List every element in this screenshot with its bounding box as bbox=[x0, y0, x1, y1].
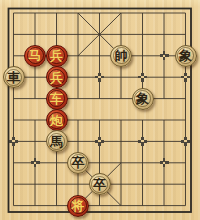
ivory-general[interactable]: 帥 bbox=[110, 45, 132, 67]
red-cannon-glyph: 炮 bbox=[50, 114, 63, 127]
ivory-elephant[interactable]: 象 bbox=[132, 88, 154, 110]
red-soldier-glyph: 兵 bbox=[50, 71, 63, 84]
ivory-soldier[interactable]: 卒 bbox=[89, 173, 111, 195]
ivory-elephant-glyph: 象 bbox=[179, 49, 192, 62]
red-chariot-glyph: 车 bbox=[50, 92, 63, 105]
ivory-elephant-glyph: 象 bbox=[136, 92, 149, 105]
red-horse-glyph: 马 bbox=[29, 49, 42, 62]
ivory-horse-glyph: 馬 bbox=[50, 135, 63, 148]
ivory-chariot[interactable]: 車 bbox=[3, 66, 25, 88]
red-general[interactable]: 将 bbox=[67, 195, 89, 217]
ivory-soldier-glyph: 卒 bbox=[93, 178, 106, 191]
red-soldier[interactable]: 兵 bbox=[46, 66, 68, 88]
red-soldier[interactable]: 兵 bbox=[46, 45, 68, 67]
ivory-soldier-glyph: 卒 bbox=[72, 156, 85, 169]
ivory-soldier[interactable]: 卒 bbox=[67, 152, 89, 174]
xiangqi-board[interactable]: 马兵兵车炮将車帥象象馬卒卒 bbox=[0, 0, 200, 220]
red-cannon[interactable]: 炮 bbox=[46, 109, 68, 131]
ivory-chariot-glyph: 車 bbox=[7, 71, 20, 84]
red-chariot[interactable]: 车 bbox=[46, 88, 68, 110]
red-horse[interactable]: 马 bbox=[24, 45, 46, 67]
red-soldier-glyph: 兵 bbox=[50, 49, 63, 62]
red-general-glyph: 将 bbox=[72, 199, 85, 212]
ivory-general-glyph: 帥 bbox=[115, 49, 128, 62]
ivory-elephant[interactable]: 象 bbox=[175, 45, 197, 67]
ivory-horse[interactable]: 馬 bbox=[46, 130, 68, 152]
